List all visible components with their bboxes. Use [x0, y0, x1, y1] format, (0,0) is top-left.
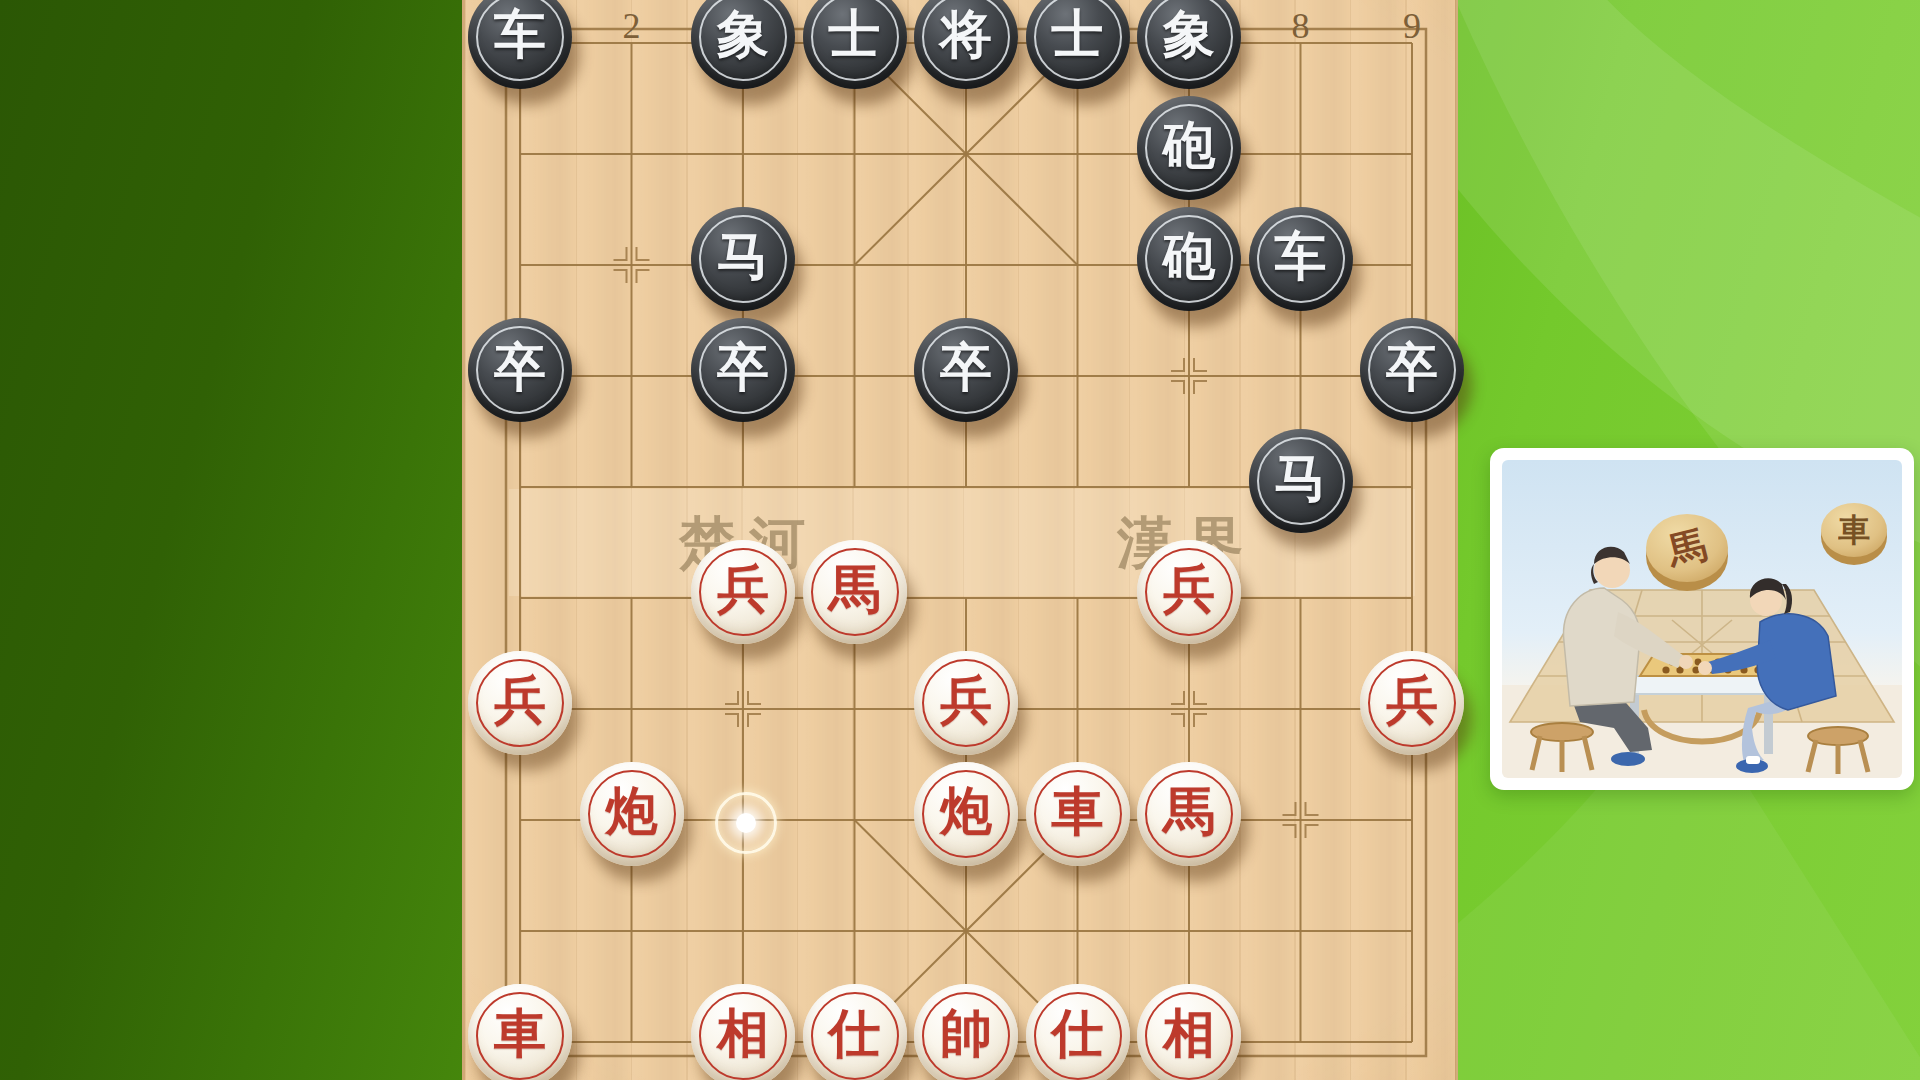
board-grid: 楚河漢界123456789 — [465, 0, 1461, 1080]
red-elephant-piece[interactable]: 相 — [1137, 984, 1241, 1080]
piece-glyph: 馬 — [829, 564, 881, 616]
column-label-9: 9 — [1403, 6, 1421, 46]
black-cannon-piece[interactable]: 砲 — [1137, 207, 1241, 311]
piece-glyph: 车 — [494, 9, 546, 61]
red-soldier-piece[interactable]: 兵 — [914, 651, 1018, 755]
black-chariot-piece[interactable]: 车 — [1249, 207, 1353, 311]
black-cannon-piece[interactable]: 砲 — [1137, 96, 1241, 200]
move-highlight — [715, 792, 777, 854]
svg-text:車: 車 — [1838, 512, 1870, 548]
piece-glyph: 车 — [1275, 231, 1327, 283]
red-chariot-piece[interactable]: 車 — [468, 984, 572, 1080]
piece-glyph: 砲 — [1163, 231, 1215, 283]
illustration-card: 馬 車 — [1490, 448, 1914, 790]
piece-glyph: 炮 — [606, 786, 658, 838]
piece-glyph: 馬 — [1163, 786, 1215, 838]
piece-glyph: 马 — [1275, 453, 1327, 505]
red-soldier-piece[interactable]: 兵 — [1137, 540, 1241, 644]
red-cannon-piece[interactable]: 炮 — [914, 762, 1018, 866]
red-elephant-piece[interactable]: 相 — [691, 984, 795, 1080]
piece-glyph: 炮 — [940, 786, 992, 838]
floating-piece-horse: 馬 — [1646, 514, 1728, 591]
piece-glyph: 卒 — [494, 342, 546, 394]
red-horse-piece[interactable]: 馬 — [803, 540, 907, 644]
red-advisor-piece[interactable]: 仕 — [803, 984, 907, 1080]
piece-glyph: 士 — [829, 9, 881, 61]
red-soldier-piece[interactable]: 兵 — [1360, 651, 1464, 755]
black-soldier-piece[interactable]: 卒 — [914, 318, 1018, 422]
black-soldier-piece[interactable]: 卒 — [691, 318, 795, 422]
piece-glyph: 将 — [940, 9, 992, 61]
piece-glyph: 士 — [1052, 9, 1104, 61]
app-window: 楚河漢界123456789 车象士将士象砲马砲车卒卒卒卒马兵馬兵兵兵兵炮炮車馬車… — [0, 0, 1920, 1080]
piece-glyph: 相 — [717, 1008, 769, 1060]
piece-glyph: 兵 — [940, 675, 992, 727]
piece-glyph: 卒 — [1386, 342, 1438, 394]
move-highlight-dot — [736, 813, 756, 833]
red-cannon-piece[interactable]: 炮 — [580, 762, 684, 866]
black-horse-piece[interactable]: 马 — [1249, 429, 1353, 533]
piece-glyph: 兵 — [1386, 675, 1438, 727]
black-soldier-piece[interactable]: 卒 — [1360, 318, 1464, 422]
red-general-piece[interactable]: 帥 — [914, 984, 1018, 1080]
column-label-2: 2 — [623, 6, 641, 46]
xiangqi-board[interactable]: 楚河漢界123456789 车象士将士象砲马砲车卒卒卒卒马兵馬兵兵兵兵炮炮車馬車… — [462, 0, 1458, 1080]
piece-glyph: 相 — [1163, 1008, 1215, 1060]
column-label-8: 8 — [1292, 6, 1310, 46]
players-illustration: 馬 車 — [1502, 460, 1902, 778]
floating-piece-chariot: 車 — [1821, 503, 1887, 565]
black-horse-piece[interactable]: 马 — [691, 207, 795, 311]
piece-glyph: 象 — [717, 9, 769, 61]
piece-glyph: 兵 — [1163, 564, 1215, 616]
red-soldier-piece[interactable]: 兵 — [468, 651, 572, 755]
piece-glyph: 車 — [494, 1008, 546, 1060]
piece-glyph: 象 — [1163, 9, 1215, 61]
piece-glyph: 仕 — [1052, 1008, 1104, 1060]
piece-glyph: 卒 — [717, 342, 769, 394]
red-advisor-piece[interactable]: 仕 — [1026, 984, 1130, 1080]
red-horse-piece[interactable]: 馬 — [1137, 762, 1241, 866]
piece-glyph: 砲 — [1163, 120, 1215, 172]
piece-glyph: 車 — [1052, 786, 1104, 838]
red-chariot-piece[interactable]: 車 — [1026, 762, 1130, 866]
piece-glyph: 仕 — [829, 1008, 881, 1060]
piece-glyph: 卒 — [940, 342, 992, 394]
piece-glyph: 马 — [717, 231, 769, 283]
piece-glyph: 帥 — [940, 1008, 992, 1060]
piece-glyph: 兵 — [717, 564, 769, 616]
black-soldier-piece[interactable]: 卒 — [468, 318, 572, 422]
illustration-scene: 馬 車 — [1502, 460, 1902, 778]
piece-glyph: 兵 — [494, 675, 546, 727]
red-soldier-piece[interactable]: 兵 — [691, 540, 795, 644]
